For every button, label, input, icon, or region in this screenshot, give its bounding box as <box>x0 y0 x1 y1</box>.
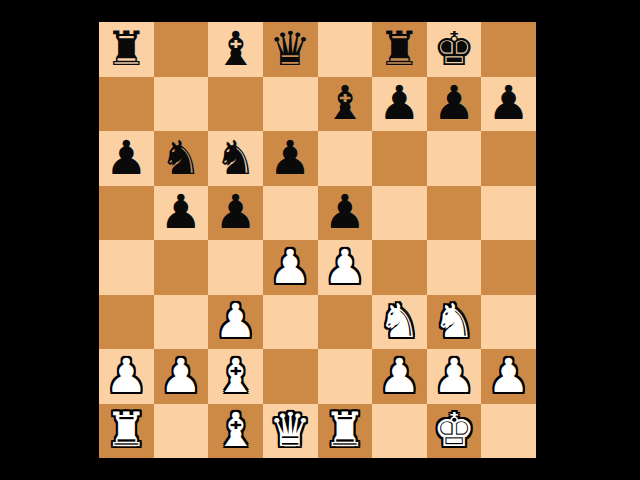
square-h3[interactable] <box>481 295 536 350</box>
square-e7[interactable]: ♝ <box>318 77 373 132</box>
piece-white-pawn[interactable]: ♟ <box>324 243 366 290</box>
piece-white-knight[interactable]: ♞ <box>378 297 420 344</box>
piece-white-pawn[interactable]: ♟ <box>433 352 475 399</box>
square-a5[interactable] <box>99 186 154 241</box>
square-e1[interactable]: ♜ <box>318 404 373 459</box>
piece-black-pawn[interactable]: ♟ <box>488 79 530 126</box>
square-h4[interactable] <box>481 240 536 295</box>
piece-black-knight[interactable]: ♞ <box>160 134 202 181</box>
piece-black-bishop[interactable]: ♝ <box>324 79 366 126</box>
square-a8[interactable]: ♜ <box>99 22 154 77</box>
square-g7[interactable]: ♟ <box>427 77 482 132</box>
piece-black-bishop[interactable]: ♝ <box>214 25 256 72</box>
piece-black-queen[interactable]: ♛ <box>269 25 311 72</box>
square-e4[interactable]: ♟ <box>318 240 373 295</box>
square-c5[interactable]: ♟ <box>208 186 263 241</box>
piece-white-pawn[interactable]: ♟ <box>488 352 530 399</box>
square-b5[interactable]: ♟ <box>154 186 209 241</box>
piece-white-pawn[interactable]: ♟ <box>378 352 420 399</box>
piece-white-rook[interactable]: ♜ <box>105 406 147 453</box>
piece-black-knight[interactable]: ♞ <box>214 134 256 181</box>
piece-black-rook[interactable]: ♜ <box>378 25 420 72</box>
square-d8[interactable]: ♛ <box>263 22 318 77</box>
piece-white-knight[interactable]: ♞ <box>433 297 475 344</box>
square-a3[interactable] <box>99 295 154 350</box>
square-c2[interactable]: ♝ <box>208 349 263 404</box>
square-d5[interactable] <box>263 186 318 241</box>
square-e2[interactable] <box>318 349 373 404</box>
square-g6[interactable] <box>427 131 482 186</box>
square-f2[interactable]: ♟ <box>372 349 427 404</box>
square-h7[interactable]: ♟ <box>481 77 536 132</box>
square-g2[interactable]: ♟ <box>427 349 482 404</box>
square-b6[interactable]: ♞ <box>154 131 209 186</box>
square-d6[interactable]: ♟ <box>263 131 318 186</box>
square-g3[interactable]: ♞ <box>427 295 482 350</box>
square-g8[interactable]: ♚ <box>427 22 482 77</box>
square-h5[interactable] <box>481 186 536 241</box>
piece-white-queen[interactable]: ♛ <box>269 406 311 453</box>
chessboard: ♜♝♛♜♚♝♟♟♟♟♞♞♟♟♟♟♟♟♟♞♞♟♟♝♟♟♟♜♝♛♜♚ <box>99 22 536 458</box>
square-b4[interactable] <box>154 240 209 295</box>
piece-black-pawn[interactable]: ♟ <box>433 79 475 126</box>
square-c8[interactable]: ♝ <box>208 22 263 77</box>
square-a7[interactable] <box>99 77 154 132</box>
square-d4[interactable]: ♟ <box>263 240 318 295</box>
piece-white-bishop[interactable]: ♝ <box>214 406 256 453</box>
piece-white-pawn[interactable]: ♟ <box>160 352 202 399</box>
piece-white-rook[interactable]: ♜ <box>324 406 366 453</box>
square-e5[interactable]: ♟ <box>318 186 373 241</box>
square-c6[interactable]: ♞ <box>208 131 263 186</box>
square-b2[interactable]: ♟ <box>154 349 209 404</box>
piece-black-pawn[interactable]: ♟ <box>105 134 147 181</box>
square-g5[interactable] <box>427 186 482 241</box>
piece-black-pawn[interactable]: ♟ <box>160 188 202 235</box>
square-b7[interactable] <box>154 77 209 132</box>
square-g4[interactable] <box>427 240 482 295</box>
square-h2[interactable]: ♟ <box>481 349 536 404</box>
square-f1[interactable] <box>372 404 427 459</box>
square-h1[interactable] <box>481 404 536 459</box>
square-a6[interactable]: ♟ <box>99 131 154 186</box>
square-e6[interactable] <box>318 131 373 186</box>
square-d3[interactable] <box>263 295 318 350</box>
square-e3[interactable] <box>318 295 373 350</box>
square-b1[interactable] <box>154 404 209 459</box>
square-h6[interactable] <box>481 131 536 186</box>
piece-white-pawn[interactable]: ♟ <box>105 352 147 399</box>
piece-black-pawn[interactable]: ♟ <box>214 188 256 235</box>
square-c4[interactable] <box>208 240 263 295</box>
square-a1[interactable]: ♜ <box>99 404 154 459</box>
piece-black-pawn[interactable]: ♟ <box>378 79 420 126</box>
square-f7[interactable]: ♟ <box>372 77 427 132</box>
piece-black-pawn[interactable]: ♟ <box>324 188 366 235</box>
square-b8[interactable] <box>154 22 209 77</box>
piece-white-bishop[interactable]: ♝ <box>214 352 256 399</box>
square-f4[interactable] <box>372 240 427 295</box>
square-a2[interactable]: ♟ <box>99 349 154 404</box>
square-b3[interactable] <box>154 295 209 350</box>
square-a4[interactable] <box>99 240 154 295</box>
square-f6[interactable] <box>372 131 427 186</box>
piece-white-pawn[interactable]: ♟ <box>269 243 311 290</box>
piece-black-pawn[interactable]: ♟ <box>269 134 311 181</box>
square-d1[interactable]: ♛ <box>263 404 318 459</box>
piece-black-rook[interactable]: ♜ <box>105 25 147 72</box>
piece-black-king[interactable]: ♚ <box>433 25 475 72</box>
square-c1[interactable]: ♝ <box>208 404 263 459</box>
piece-white-king[interactable]: ♚ <box>433 406 475 453</box>
square-c7[interactable] <box>208 77 263 132</box>
square-d7[interactable] <box>263 77 318 132</box>
square-g1[interactable]: ♚ <box>427 404 482 459</box>
square-d2[interactable] <box>263 349 318 404</box>
square-f5[interactable] <box>372 186 427 241</box>
square-f8[interactable]: ♜ <box>372 22 427 77</box>
piece-white-pawn[interactable]: ♟ <box>214 297 256 344</box>
square-f3[interactable]: ♞ <box>372 295 427 350</box>
square-h8[interactable] <box>481 22 536 77</box>
square-c3[interactable]: ♟ <box>208 295 263 350</box>
square-e8[interactable] <box>318 22 373 77</box>
